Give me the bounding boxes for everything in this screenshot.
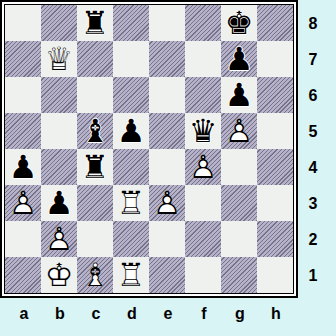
square-d6[interactable] [113, 77, 149, 113]
rank-label-2: 2 [298, 222, 328, 258]
piece-black-queen-f5[interactable]: ♛ [185, 113, 221, 149]
square-g2[interactable] [221, 221, 257, 257]
square-g8[interactable]: ♚ [221, 5, 257, 41]
square-d3[interactable]: ♜♖ [113, 185, 149, 221]
square-f6[interactable] [185, 77, 221, 113]
piece-black-pawn-a4[interactable]: ♟ [5, 149, 41, 185]
square-b4[interactable] [41, 149, 77, 185]
square-f8[interactable] [185, 5, 221, 41]
piece-white-pawn-b2[interactable]: ♟♙ [41, 221, 77, 257]
board-frame: ♜♚♛♕♟♟♝♟♛♟♙♟♜♟♙♟♙♟♜♖♟♙♟♙♚♔♝♗♜♖ [0, 0, 298, 298]
white-piece-outline: ♖ [113, 257, 149, 293]
piece-white-pawn-f4[interactable]: ♟♙ [185, 149, 221, 185]
square-d2[interactable] [113, 221, 149, 257]
black-piece-body: ♝ [77, 113, 113, 149]
piece-white-pawn-e3[interactable]: ♟♙ [149, 185, 185, 221]
rank-label-1: 1 [298, 258, 328, 294]
white-piece-outline: ♙ [5, 185, 41, 221]
rank-label-6: 6 [298, 78, 328, 114]
square-e7[interactable] [149, 41, 185, 77]
white-piece-outline: ♙ [41, 221, 77, 257]
white-piece-outline: ♔ [41, 257, 77, 293]
square-d4[interactable] [113, 149, 149, 185]
black-piece-body: ♜ [77, 149, 113, 185]
piece-black-rook-c8[interactable]: ♜ [77, 5, 113, 41]
piece-white-pawn-a3[interactable]: ♟♙ [5, 185, 41, 221]
square-c6[interactable] [77, 77, 113, 113]
square-f2[interactable] [185, 221, 221, 257]
square-b7[interactable]: ♛♕ [41, 41, 77, 77]
square-h8[interactable] [257, 5, 293, 41]
black-piece-body: ♟ [221, 41, 257, 77]
rank-label-3: 3 [298, 186, 328, 222]
white-piece-outline: ♖ [113, 185, 149, 221]
piece-black-rook-c4[interactable]: ♜ [77, 149, 113, 185]
white-piece-outline: ♙ [185, 149, 221, 185]
square-g5[interactable]: ♟♙ [221, 113, 257, 149]
square-g7[interactable]: ♟ [221, 41, 257, 77]
square-b2[interactable]: ♟♙ [41, 221, 77, 257]
black-piece-body: ♜ [77, 5, 113, 41]
square-d1[interactable]: ♜♖ [113, 257, 149, 293]
square-e2[interactable] [149, 221, 185, 257]
rank-label-7: 7 [298, 42, 328, 78]
square-h2[interactable] [257, 221, 293, 257]
piece-white-rook-d1[interactable]: ♜♖ [113, 257, 149, 293]
square-f1[interactable] [185, 257, 221, 293]
square-g1[interactable] [221, 257, 257, 293]
file-label-g: g [222, 299, 258, 329]
black-piece-body: ♚ [221, 5, 257, 41]
file-label-a: a [6, 299, 42, 329]
rank-label-8: 8 [298, 6, 328, 42]
piece-black-pawn-g7[interactable]: ♟ [221, 41, 257, 77]
square-a6[interactable] [5, 77, 41, 113]
piece-white-queen-b7[interactable]: ♛♕ [41, 41, 77, 77]
square-a3[interactable]: ♟♙ [5, 185, 41, 221]
square-b6[interactable] [41, 77, 77, 113]
square-f7[interactable] [185, 41, 221, 77]
square-c3[interactable] [77, 185, 113, 221]
white-piece-outline: ♙ [149, 185, 185, 221]
file-label-h: h [258, 299, 294, 329]
piece-white-bishop-c1[interactable]: ♝♗ [77, 257, 113, 293]
piece-black-bishop-c5[interactable]: ♝ [77, 113, 113, 149]
square-a8[interactable] [5, 5, 41, 41]
black-piece-body: ♛ [185, 113, 221, 149]
square-e8[interactable] [149, 5, 185, 41]
square-g3[interactable] [221, 185, 257, 221]
square-h3[interactable] [257, 185, 293, 221]
black-piece-body: ♟ [113, 113, 149, 149]
piece-white-pawn-g5[interactable]: ♟♙ [221, 113, 257, 149]
file-label-b: b [42, 299, 78, 329]
square-c2[interactable] [77, 221, 113, 257]
chess-board: ♜♚♛♕♟♟♝♟♛♟♙♟♜♟♙♟♙♟♜♖♟♙♟♙♚♔♝♗♜♖ [4, 4, 294, 294]
piece-white-king-b1[interactable]: ♚♔ [41, 257, 77, 293]
piece-black-pawn-d5[interactable]: ♟ [113, 113, 149, 149]
black-piece-body: ♟ [221, 77, 257, 113]
black-piece-body: ♟ [5, 149, 41, 185]
square-d8[interactable] [113, 5, 149, 41]
square-c4[interactable]: ♜ [77, 149, 113, 185]
square-a4[interactable]: ♟ [5, 149, 41, 185]
rank-labels: 87654321 [298, 6, 328, 294]
square-e6[interactable] [149, 77, 185, 113]
square-a1[interactable] [5, 257, 41, 293]
white-piece-outline: ♗ [77, 257, 113, 293]
square-a2[interactable] [5, 221, 41, 257]
square-h1[interactable] [257, 257, 293, 293]
square-e1[interactable] [149, 257, 185, 293]
file-label-c: c [78, 299, 114, 329]
rank-label-4: 4 [298, 150, 328, 186]
square-h7[interactable] [257, 41, 293, 77]
square-f4[interactable]: ♟♙ [185, 149, 221, 185]
square-e5[interactable] [149, 113, 185, 149]
square-b1[interactable]: ♚♔ [41, 257, 77, 293]
white-piece-outline: ♙ [221, 113, 257, 149]
piece-black-pawn-g6[interactable]: ♟ [221, 77, 257, 113]
square-c1[interactable]: ♝♗ [77, 257, 113, 293]
square-h6[interactable] [257, 77, 293, 113]
rank-label-5: 5 [298, 114, 328, 150]
file-labels: abcdefgh [6, 299, 294, 329]
square-g6[interactable]: ♟ [221, 77, 257, 113]
square-e3[interactable]: ♟♙ [149, 185, 185, 221]
piece-black-pawn-b3[interactable]: ♟ [41, 185, 77, 221]
square-e4[interactable] [149, 149, 185, 185]
square-h4[interactable] [257, 149, 293, 185]
square-c5[interactable]: ♝ [77, 113, 113, 149]
square-b3[interactable]: ♟ [41, 185, 77, 221]
white-piece-outline: ♕ [41, 41, 77, 77]
square-a7[interactable] [5, 41, 41, 77]
square-d5[interactable]: ♟ [113, 113, 149, 149]
square-f5[interactable]: ♛ [185, 113, 221, 149]
square-h5[interactable] [257, 113, 293, 149]
file-label-e: e [150, 299, 186, 329]
piece-white-rook-d3[interactable]: ♜♖ [113, 185, 149, 221]
chess-diagram: ♜♚♛♕♟♟♝♟♛♟♙♟♜♟♙♟♙♟♜♖♟♙♟♙♚♔♝♗♜♖ 87654321 … [0, 0, 336, 336]
file-label-f: f [186, 299, 222, 329]
file-label-d: d [114, 299, 150, 329]
square-c7[interactable] [77, 41, 113, 77]
square-g4[interactable] [221, 149, 257, 185]
square-f3[interactable] [185, 185, 221, 221]
piece-black-king-g8[interactable]: ♚ [221, 5, 257, 41]
square-b5[interactable] [41, 113, 77, 149]
black-piece-body: ♟ [41, 185, 77, 221]
square-d7[interactable] [113, 41, 149, 77]
square-b8[interactable] [41, 5, 77, 41]
square-a5[interactable] [5, 113, 41, 149]
square-c8[interactable]: ♜ [77, 5, 113, 41]
